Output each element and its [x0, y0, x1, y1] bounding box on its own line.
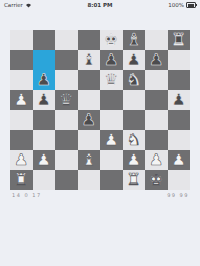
- square-g7[interactable]: ♟: [145, 50, 168, 70]
- piece-black-pawn: ♟: [37, 72, 51, 88]
- piece-black-pawn: ♟: [37, 92, 51, 108]
- square-c2[interactable]: [55, 150, 78, 170]
- square-e1[interactable]: [100, 170, 123, 190]
- piece-black-queen: ♛: [104, 72, 118, 88]
- piece-white-pawn: ♟: [149, 152, 163, 168]
- square-h6[interactable]: [168, 70, 191, 90]
- piece-black-pawn: ♟: [149, 52, 163, 68]
- piece-black-king: ♚: [104, 32, 118, 48]
- square-f6[interactable]: ♞: [123, 70, 146, 90]
- square-e8[interactable]: ♚: [100, 30, 123, 50]
- piece-white-pawn: ♟: [14, 92, 28, 108]
- square-g1[interactable]: ♚: [145, 170, 168, 190]
- square-f1[interactable]: ♜: [123, 170, 146, 190]
- square-c3[interactable]: [55, 130, 78, 150]
- piece-white-pawn: ♟: [37, 152, 51, 168]
- square-e7[interactable]: ♟: [100, 50, 123, 70]
- square-c4[interactable]: [55, 110, 78, 130]
- footer-left-stats: 14 0 17: [12, 192, 42, 198]
- square-f4[interactable]: [123, 110, 146, 130]
- square-h7[interactable]: [168, 50, 191, 70]
- square-d5[interactable]: [78, 90, 101, 110]
- square-b3[interactable]: [33, 130, 56, 150]
- piece-white-king: ♚: [149, 172, 163, 188]
- piece-black-pawn: ♟: [104, 52, 118, 68]
- clock-time: 8:01 PM: [0, 2, 200, 8]
- square-b5[interactable]: ♟: [33, 90, 56, 110]
- square-b1[interactable]: [33, 170, 56, 190]
- piece-black-pawn: ♟: [127, 52, 141, 68]
- square-a3[interactable]: [10, 130, 33, 150]
- square-h4[interactable]: [168, 110, 191, 130]
- battery-icon: [186, 2, 196, 8]
- square-a6[interactable]: [10, 70, 33, 90]
- piece-black-bishop: ♝: [82, 52, 96, 68]
- square-f7[interactable]: ♟: [123, 50, 146, 70]
- square-f8[interactable]: ♝: [123, 30, 146, 50]
- square-f3[interactable]: ♞: [123, 130, 146, 150]
- square-a5[interactable]: ♟: [10, 90, 33, 110]
- square-h2[interactable]: ♟: [168, 150, 191, 170]
- status-bar: Carrier 8:01 PM 100%: [0, 0, 200, 10]
- square-g2[interactable]: ♟: [145, 150, 168, 170]
- piece-white-pawn: ♟: [14, 152, 28, 168]
- piece-white-pawn: ♟: [127, 152, 141, 168]
- piece-white-rook: ♜: [14, 172, 28, 188]
- piece-white-pawn: ♟: [172, 152, 186, 168]
- square-g4[interactable]: [145, 110, 168, 130]
- square-e3[interactable]: ♟: [100, 130, 123, 150]
- square-c7[interactable]: [55, 50, 78, 70]
- piece-white-knight: ♞: [127, 132, 141, 148]
- square-f5[interactable]: [123, 90, 146, 110]
- square-b8[interactable]: [33, 30, 56, 50]
- square-e4[interactable]: [100, 110, 123, 130]
- square-b7[interactable]: [33, 50, 56, 70]
- square-g8[interactable]: [145, 30, 168, 50]
- app-background: { "game": "chess", "position": { "fen": …: [0, 0, 200, 266]
- piece-black-bishop: ♝: [127, 32, 141, 48]
- footer-right-stats: 99 99: [167, 192, 189, 198]
- square-d3[interactable]: [78, 130, 101, 150]
- square-f2[interactable]: ♟: [123, 150, 146, 170]
- square-a1[interactable]: ♜: [10, 170, 33, 190]
- square-d2[interactable]: ♝: [78, 150, 101, 170]
- chess-board: ♚♝♜♝♟♟♟♟♛♞♟♟♛♟♟♟♞♟♟♝♟♟♟♜♜♚: [10, 30, 190, 190]
- square-a7[interactable]: [10, 50, 33, 70]
- square-g6[interactable]: [145, 70, 168, 90]
- piece-black-pawn: ♟: [82, 112, 96, 128]
- square-a2[interactable]: ♟: [10, 150, 33, 170]
- piece-white-queen: ♛: [59, 92, 73, 108]
- piece-white-bishop: ♝: [82, 152, 96, 168]
- square-h1[interactable]: [168, 170, 191, 190]
- square-b6[interactable]: ♟: [33, 70, 56, 90]
- square-d7[interactable]: ♝: [78, 50, 101, 70]
- square-a4[interactable]: [10, 110, 33, 130]
- square-e5[interactable]: [100, 90, 123, 110]
- square-d4[interactable]: ♟: [78, 110, 101, 130]
- square-g3[interactable]: [145, 130, 168, 150]
- square-h5[interactable]: ♟: [168, 90, 191, 110]
- square-e6[interactable]: ♛: [100, 70, 123, 90]
- square-g5[interactable]: [145, 90, 168, 110]
- square-h8[interactable]: ♜: [168, 30, 191, 50]
- square-b4[interactable]: [33, 110, 56, 130]
- square-e2[interactable]: [100, 150, 123, 170]
- piece-white-rook: ♜: [127, 172, 141, 188]
- piece-white-pawn: ♟: [104, 132, 118, 148]
- piece-black-knight: ♞: [127, 72, 141, 88]
- square-d8[interactable]: [78, 30, 101, 50]
- square-c8[interactable]: [55, 30, 78, 50]
- square-c5[interactable]: ♛: [55, 90, 78, 110]
- square-d1[interactable]: [78, 170, 101, 190]
- square-a8[interactable]: [10, 30, 33, 50]
- square-d6[interactable]: [78, 70, 101, 90]
- square-c1[interactable]: [55, 170, 78, 190]
- piece-black-pawn: ♟: [172, 92, 186, 108]
- square-c6[interactable]: [55, 70, 78, 90]
- square-h3[interactable]: [168, 130, 191, 150]
- square-b2[interactable]: ♟: [33, 150, 56, 170]
- piece-black-rook: ♜: [172, 32, 186, 48]
